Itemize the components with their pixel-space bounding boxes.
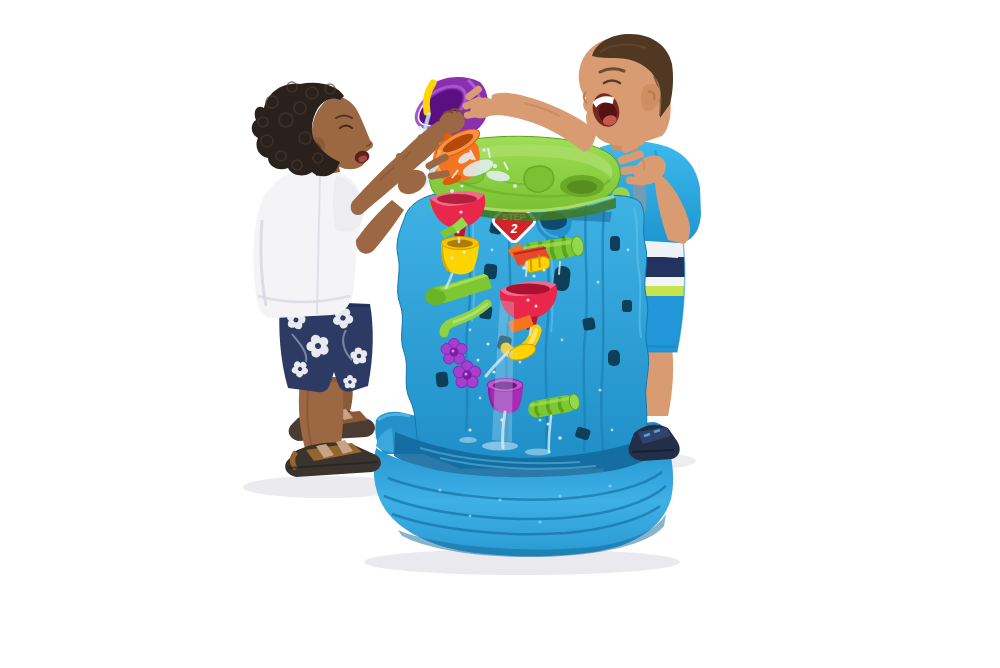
left-child [252, 82, 375, 452]
scene-illustration: STEP 2 [0, 0, 1000, 668]
logo-numeral: 2 [510, 222, 518, 236]
left-child-shirt [253, 162, 364, 318]
left-child-head [252, 82, 373, 176]
product-photo: STEP 2 [0, 0, 1000, 668]
water-wall-toy: STEP 2 [374, 136, 673, 557]
left-child-front-leg [299, 382, 343, 452]
left-child-front-sandal [285, 440, 381, 477]
